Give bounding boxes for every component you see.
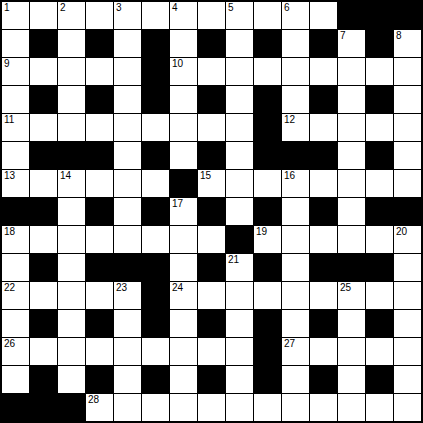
cell-r6c9[interactable] — [226, 142, 253, 169]
cell-r6c12 — [310, 142, 337, 169]
cell-r1c3[interactable]: 2 — [58, 2, 85, 29]
cell-r2c10 — [254, 30, 281, 57]
cell-r11c14[interactable] — [366, 282, 393, 309]
clue-number-12: 12 — [284, 115, 295, 125]
cell-r4c6 — [142, 86, 169, 113]
cell-r14c5[interactable] — [114, 366, 141, 393]
cell-r8c1 — [2, 198, 29, 225]
cell-r11c8[interactable] — [198, 282, 225, 309]
clue-number-14: 14 — [60, 171, 71, 181]
cell-r6c1[interactable] — [2, 142, 29, 169]
clue-number-16: 16 — [284, 171, 295, 181]
cell-r15c13[interactable] — [338, 394, 365, 421]
cell-r4c2 — [30, 86, 57, 113]
clue-number-13: 13 — [4, 171, 15, 181]
cell-r9c3[interactable] — [58, 226, 85, 253]
cell-r8c11[interactable] — [282, 198, 309, 225]
cell-r4c1[interactable] — [2, 86, 29, 113]
clue-number-9: 9 — [4, 59, 10, 69]
cell-r10c2 — [30, 254, 57, 281]
cell-r5c1[interactable]: 11 — [2, 114, 29, 141]
cell-r10c5 — [114, 254, 141, 281]
clue-number-27: 27 — [284, 339, 295, 349]
cell-r15c7[interactable] — [170, 394, 197, 421]
cell-r13c13[interactable] — [338, 338, 365, 365]
cell-r14c15[interactable] — [394, 366, 421, 393]
clue-number-25: 25 — [340, 283, 351, 293]
cell-r10c11[interactable] — [282, 254, 309, 281]
clue-number-26: 26 — [4, 339, 15, 349]
cell-r2c4 — [86, 30, 113, 57]
cell-r8c6 — [142, 198, 169, 225]
clue-number-8: 8 — [396, 31, 402, 41]
clue-number-24: 24 — [172, 283, 183, 293]
clue-number-1: 1 — [4, 3, 10, 13]
cell-r8c14 — [366, 198, 393, 225]
cell-r7c15[interactable] — [394, 170, 421, 197]
cell-r1c10[interactable] — [254, 2, 281, 29]
cell-r14c10 — [254, 366, 281, 393]
cell-r11c2[interactable] — [30, 282, 57, 309]
cell-r9c9 — [226, 226, 253, 253]
cell-r13c7[interactable] — [170, 338, 197, 365]
cell-r12c4 — [86, 310, 113, 337]
cell-r14c11[interactable] — [282, 366, 309, 393]
cell-r6c13[interactable] — [338, 142, 365, 169]
cell-r12c9[interactable] — [226, 310, 253, 337]
cell-r1c6[interactable] — [142, 2, 169, 29]
cell-r5c6[interactable] — [142, 114, 169, 141]
clue-number-10: 10 — [172, 59, 183, 69]
cell-r9c11[interactable] — [282, 226, 309, 253]
cell-r8c12 — [310, 198, 337, 225]
cell-r11c12[interactable] — [310, 282, 337, 309]
cell-r1c11[interactable]: 6 — [282, 2, 309, 29]
cell-r8c2 — [30, 198, 57, 225]
cell-r7c2[interactable] — [30, 170, 57, 197]
cell-r7c11[interactable]: 16 — [282, 170, 309, 197]
cell-r8c8 — [198, 198, 225, 225]
cell-r9c14[interactable] — [366, 226, 393, 253]
clue-number-7: 7 — [340, 31, 346, 41]
cell-r1c1[interactable]: 1 — [2, 2, 29, 29]
cell-r7c8[interactable]: 15 — [198, 170, 225, 197]
cell-r13c15[interactable] — [394, 338, 421, 365]
cell-r9c12[interactable] — [310, 226, 337, 253]
cell-r3c2[interactable] — [30, 58, 57, 85]
cell-r14c13[interactable] — [338, 366, 365, 393]
cell-r4c7[interactable] — [170, 86, 197, 113]
cell-r3c14[interactable] — [366, 58, 393, 85]
cell-r15c10[interactable] — [254, 394, 281, 421]
cell-r14c3[interactable] — [58, 366, 85, 393]
cell-r7c1[interactable]: 13 — [2, 170, 29, 197]
cell-r3c7[interactable]: 10 — [170, 58, 197, 85]
cell-r15c15[interactable] — [394, 394, 421, 421]
cell-r3c15[interactable] — [394, 58, 421, 85]
cell-r12c6 — [142, 310, 169, 337]
clue-number-20: 20 — [396, 227, 407, 237]
cell-r3c6 — [142, 58, 169, 85]
cell-r5c15[interactable] — [394, 114, 421, 141]
cell-r11c5[interactable]: 23 — [114, 282, 141, 309]
cell-r14c12 — [310, 366, 337, 393]
cell-r15c8[interactable] — [198, 394, 225, 421]
cell-r10c4 — [86, 254, 113, 281]
cell-r8c4 — [86, 198, 113, 225]
cell-r8c10 — [254, 198, 281, 225]
cell-r15c9[interactable] — [226, 394, 253, 421]
cell-r10c1[interactable] — [2, 254, 29, 281]
cell-r2c5[interactable] — [114, 30, 141, 57]
cell-r4c11[interactable] — [282, 86, 309, 113]
cell-r13c9[interactable] — [226, 338, 253, 365]
cell-r14c4 — [86, 366, 113, 393]
cell-r3c4[interactable] — [86, 58, 113, 85]
cell-r7c14[interactable] — [366, 170, 393, 197]
clue-number-3: 3 — [116, 3, 122, 13]
cell-r1c5[interactable]: 3 — [114, 2, 141, 29]
cell-r13c8[interactable] — [198, 338, 225, 365]
clue-number-11: 11 — [4, 115, 14, 125]
clue-number-17: 17 — [172, 199, 183, 209]
cell-r6c10 — [254, 142, 281, 169]
cell-r6c11 — [282, 142, 309, 169]
cell-r15c12[interactable] — [310, 394, 337, 421]
cell-r12c2 — [30, 310, 57, 337]
cell-r4c3[interactable] — [58, 86, 85, 113]
cell-r11c10[interactable] — [254, 282, 281, 309]
cell-r11c7[interactable]: 24 — [170, 282, 197, 309]
cell-r10c7[interactable] — [170, 254, 197, 281]
cell-r14c1[interactable] — [2, 366, 29, 393]
cell-r8c3[interactable] — [58, 198, 85, 225]
clue-number-22: 22 — [4, 283, 15, 293]
cell-r11c9[interactable] — [226, 282, 253, 309]
cell-r5c11[interactable]: 12 — [282, 114, 309, 141]
cell-r6c14 — [366, 142, 393, 169]
cell-r3c3[interactable] — [58, 58, 85, 85]
cell-r11c6 — [142, 282, 169, 309]
cell-r2c9[interactable] — [226, 30, 253, 57]
cell-r7c10[interactable] — [254, 170, 281, 197]
cell-r2c6 — [142, 30, 169, 57]
clue-number-5: 5 — [228, 3, 234, 13]
cell-r5c8[interactable] — [198, 114, 225, 141]
cell-r15c3 — [58, 394, 85, 421]
cell-r2c2 — [30, 30, 57, 57]
cell-r1c8[interactable] — [198, 2, 225, 29]
cell-r6c4 — [86, 142, 113, 169]
clue-number-2: 2 — [60, 3, 66, 13]
cell-r14c8 — [198, 366, 225, 393]
crossword-board: 1234567891011121314151617181920212223242… — [0, 0, 423, 423]
cell-r9c13[interactable] — [338, 226, 365, 253]
cell-r13c1[interactable]: 26 — [2, 338, 29, 365]
cell-r8c15 — [394, 198, 421, 225]
cell-r13c14[interactable] — [366, 338, 393, 365]
cell-r15c2 — [30, 394, 57, 421]
cell-r12c7[interactable] — [170, 310, 197, 337]
cell-r13c6[interactable] — [142, 338, 169, 365]
cell-r12c10 — [254, 310, 281, 337]
cell-r10c9[interactable]: 21 — [226, 254, 253, 281]
cell-r7c3[interactable]: 14 — [58, 170, 85, 197]
cell-r10c8 — [198, 254, 225, 281]
cell-r9c7[interactable] — [170, 226, 197, 253]
cell-r14c9[interactable] — [226, 366, 253, 393]
cell-r15c14[interactable] — [366, 394, 393, 421]
cell-r10c14 — [366, 254, 393, 281]
cell-r8c5[interactable] — [114, 198, 141, 225]
cell-r13c4[interactable] — [86, 338, 113, 365]
cell-r9c1[interactable]: 18 — [2, 226, 29, 253]
cell-r4c5[interactable] — [114, 86, 141, 113]
cell-r5c9[interactable] — [226, 114, 253, 141]
cell-r12c1[interactable] — [2, 310, 29, 337]
cell-r9c6[interactable] — [142, 226, 169, 253]
cell-r1c12[interactable] — [310, 2, 337, 29]
cell-r3c12[interactable] — [310, 58, 337, 85]
cell-r3c10[interactable] — [254, 58, 281, 85]
cell-r1c2[interactable] — [30, 2, 57, 29]
cell-r4c4 — [86, 86, 113, 113]
cell-r5c10 — [254, 114, 281, 141]
cell-r5c4[interactable] — [86, 114, 113, 141]
cell-r2c1[interactable] — [2, 30, 29, 57]
cell-r10c15[interactable] — [394, 254, 421, 281]
cell-r5c3[interactable] — [58, 114, 85, 141]
cell-r9c10[interactable]: 19 — [254, 226, 281, 253]
cell-r1c7[interactable]: 4 — [170, 2, 197, 29]
cell-r15c6[interactable] — [142, 394, 169, 421]
cell-r12c12 — [310, 310, 337, 337]
cell-r8c7[interactable]: 17 — [170, 198, 197, 225]
cell-r1c15 — [394, 2, 421, 29]
cell-r1c13 — [338, 2, 365, 29]
cell-r3c9[interactable] — [226, 58, 253, 85]
cell-r3c11[interactable] — [282, 58, 309, 85]
cell-r1c9[interactable]: 5 — [226, 2, 253, 29]
cell-r8c9[interactable] — [226, 198, 253, 225]
cell-r14c14 — [366, 366, 393, 393]
clue-number-23: 23 — [116, 283, 127, 293]
clue-number-19: 19 — [256, 227, 267, 237]
cell-r4c14 — [366, 86, 393, 113]
cell-r7c6[interactable] — [142, 170, 169, 197]
cell-r2c8 — [198, 30, 225, 57]
cell-r13c5[interactable] — [114, 338, 141, 365]
cell-r5c12[interactable] — [310, 114, 337, 141]
cell-r7c13[interactable] — [338, 170, 365, 197]
cell-r7c4[interactable] — [86, 170, 113, 197]
cell-r3c5[interactable] — [114, 58, 141, 85]
cell-r7c5[interactable] — [114, 170, 141, 197]
cell-r6c15[interactable] — [394, 142, 421, 169]
cell-r9c4[interactable] — [86, 226, 113, 253]
cell-r15c5[interactable] — [114, 394, 141, 421]
cell-r10c3[interactable] — [58, 254, 85, 281]
cell-r4c13[interactable] — [338, 86, 365, 113]
cell-r13c11[interactable]: 27 — [282, 338, 309, 365]
cell-r6c7[interactable] — [170, 142, 197, 169]
clue-number-4: 4 — [172, 3, 178, 13]
cell-r6c5[interactable] — [114, 142, 141, 169]
cell-r1c4[interactable] — [86, 2, 113, 29]
cell-r4c9[interactable] — [226, 86, 253, 113]
cell-r5c2[interactable] — [30, 114, 57, 141]
cell-r15c11[interactable] — [282, 394, 309, 421]
cell-r10c10 — [254, 254, 281, 281]
cell-r13c3[interactable] — [58, 338, 85, 365]
cell-r14c2 — [30, 366, 57, 393]
clue-number-18: 18 — [4, 227, 15, 237]
cell-r13c2[interactable] — [30, 338, 57, 365]
cell-r15c1 — [2, 394, 29, 421]
cell-r9c15[interactable]: 20 — [394, 226, 421, 253]
cell-r6c6 — [142, 142, 169, 169]
clue-number-15: 15 — [200, 171, 211, 181]
cell-r3c1[interactable]: 9 — [2, 58, 29, 85]
cell-r11c3[interactable] — [58, 282, 85, 309]
cell-r7c7 — [170, 170, 197, 197]
cell-r6c3 — [58, 142, 85, 169]
cell-r14c6 — [142, 366, 169, 393]
cell-r4c10 — [254, 86, 281, 113]
cell-r11c4[interactable] — [86, 282, 113, 309]
cell-r2c7[interactable] — [170, 30, 197, 57]
cell-r6c8 — [198, 142, 225, 169]
cell-r15c4[interactable]: 28 — [86, 394, 113, 421]
cell-r11c15[interactable] — [394, 282, 421, 309]
cell-r12c13[interactable] — [338, 310, 365, 337]
clue-number-21: 21 — [228, 255, 239, 265]
cell-r12c14 — [366, 310, 393, 337]
clue-number-28: 28 — [88, 395, 99, 405]
cell-r9c8[interactable] — [198, 226, 225, 253]
cell-r11c11[interactable] — [282, 282, 309, 309]
cell-r13c12[interactable] — [310, 338, 337, 365]
cell-r4c12 — [310, 86, 337, 113]
cell-r11c1[interactable]: 22 — [2, 282, 29, 309]
cell-r7c12[interactable] — [310, 170, 337, 197]
cell-r5c7[interactable] — [170, 114, 197, 141]
cell-r2c12 — [310, 30, 337, 57]
cell-r2c3[interactable] — [58, 30, 85, 57]
cell-r14c7[interactable] — [170, 366, 197, 393]
cell-r1c14 — [366, 2, 393, 29]
cell-r6c2 — [30, 142, 57, 169]
cell-r2c14 — [366, 30, 393, 57]
cell-r9c2[interactable] — [30, 226, 57, 253]
clue-number-6: 6 — [284, 3, 290, 13]
cell-r12c15[interactable] — [394, 310, 421, 337]
cell-r7c9[interactable] — [226, 170, 253, 197]
cell-r11c13[interactable]: 25 — [338, 282, 365, 309]
cell-r10c12 — [310, 254, 337, 281]
cell-r4c15[interactable] — [394, 86, 421, 113]
cell-r12c8 — [198, 310, 225, 337]
cell-r5c13[interactable] — [338, 114, 365, 141]
cell-r4c8 — [198, 86, 225, 113]
cell-r10c6 — [142, 254, 169, 281]
cell-r9c5[interactable] — [114, 226, 141, 253]
cell-r2c11[interactable] — [282, 30, 309, 57]
cell-r5c14[interactable] — [366, 114, 393, 141]
cell-r8c13[interactable] — [338, 198, 365, 225]
cell-r5c5[interactable] — [114, 114, 141, 141]
cell-r3c8[interactable] — [198, 58, 225, 85]
cell-r12c3[interactable] — [58, 310, 85, 337]
cell-r13c10 — [254, 338, 281, 365]
cell-r12c11[interactable] — [282, 310, 309, 337]
cell-r2c15[interactable]: 8 — [394, 30, 421, 57]
cell-r3c13[interactable] — [338, 58, 365, 85]
cell-r12c5[interactable] — [114, 310, 141, 337]
cell-r2c13[interactable]: 7 — [338, 30, 365, 57]
cell-r10c13 — [338, 254, 365, 281]
